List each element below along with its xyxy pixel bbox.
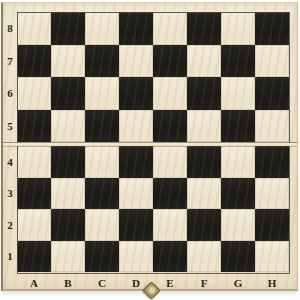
rank-label-8: 8 (3, 12, 17, 45)
square-f7[interactable] (187, 45, 221, 78)
square-e2[interactable] (153, 209, 187, 241)
square-g3[interactable] (221, 178, 255, 210)
square-b4[interactable] (51, 146, 85, 178)
top-border-wood (3, 3, 289, 12)
square-c4[interactable] (85, 146, 119, 178)
square-e3[interactable] (153, 178, 187, 210)
square-a3[interactable] (17, 178, 51, 210)
square-g7[interactable] (221, 45, 255, 78)
square-a8[interactable] (17, 12, 51, 45)
rank-label-7: 7 (3, 45, 17, 78)
board-face: 87654321ABCDEFGH (3, 3, 289, 291)
square-d3[interactable] (119, 178, 153, 210)
square-h2[interactable] (255, 209, 289, 241)
square-d6[interactable] (119, 77, 153, 110)
square-e6[interactable] (153, 77, 187, 110)
rank-label-4: 4 (3, 146, 17, 178)
rank-label-5: 5 (3, 110, 17, 143)
square-g8[interactable] (221, 12, 255, 45)
square-c6[interactable] (85, 77, 119, 110)
square-c5[interactable] (85, 110, 119, 143)
square-g5[interactable] (221, 110, 255, 143)
square-f3[interactable] (187, 178, 221, 210)
square-g4[interactable] (221, 146, 255, 178)
square-g6[interactable] (221, 77, 255, 110)
square-b8[interactable] (51, 12, 85, 45)
square-b5[interactable] (51, 110, 85, 143)
square-d8[interactable] (119, 12, 153, 45)
square-a7[interactable] (17, 45, 51, 78)
square-h6[interactable] (255, 77, 289, 110)
square-h1[interactable] (255, 241, 289, 273)
square-a2[interactable] (17, 209, 51, 241)
square-h5[interactable] (255, 110, 289, 143)
square-a5[interactable] (17, 110, 51, 143)
square-b7[interactable] (51, 45, 85, 78)
square-g2[interactable] (221, 209, 255, 241)
square-f2[interactable] (187, 209, 221, 241)
square-d1[interactable] (119, 241, 153, 273)
file-label-f: F (187, 272, 221, 291)
square-h8[interactable] (255, 12, 289, 45)
square-e5[interactable] (153, 110, 187, 143)
square-f8[interactable] (187, 12, 221, 45)
square-a1[interactable] (17, 241, 51, 273)
clasp-pin-icon (149, 288, 153, 292)
square-d4[interactable] (119, 146, 153, 178)
square-c1[interactable] (85, 241, 119, 273)
square-c7[interactable] (85, 45, 119, 78)
square-e4[interactable] (153, 146, 187, 178)
chessboard-photo: 87654321ABCDEFGH (0, 0, 300, 300)
square-b2[interactable] (51, 209, 85, 241)
square-c8[interactable] (85, 12, 119, 45)
square-d2[interactable] (119, 209, 153, 241)
rank-label-2: 2 (3, 209, 17, 241)
square-e8[interactable] (153, 12, 187, 45)
folding-chessboard: 87654321ABCDEFGH (1, 2, 298, 291)
square-h3[interactable] (255, 178, 289, 210)
square-h4[interactable] (255, 146, 289, 178)
file-label-g: G (221, 272, 255, 291)
square-e7[interactable] (153, 45, 187, 78)
square-b6[interactable] (51, 77, 85, 110)
square-h7[interactable] (255, 45, 289, 78)
file-label-a: A (17, 272, 51, 291)
rank-label-6: 6 (3, 77, 17, 110)
file-label-c: C (85, 272, 119, 291)
file-label-b: B (51, 272, 85, 291)
square-b3[interactable] (51, 178, 85, 210)
square-f5[interactable] (187, 110, 221, 143)
square-d7[interactable] (119, 45, 153, 78)
rank-label-3: 3 (3, 178, 17, 210)
square-f1[interactable] (187, 241, 221, 273)
square-a6[interactable] (17, 77, 51, 110)
square-c3[interactable] (85, 178, 119, 210)
square-d5[interactable] (119, 110, 153, 143)
bottom-border-corner (3, 272, 17, 291)
file-label-h: H (255, 272, 289, 291)
square-f4[interactable] (187, 146, 221, 178)
square-b1[interactable] (51, 241, 85, 273)
square-c2[interactable] (85, 209, 119, 241)
square-f6[interactable] (187, 77, 221, 110)
square-e1[interactable] (153, 241, 187, 273)
square-a4[interactable] (17, 146, 51, 178)
rank-label-1: 1 (3, 241, 17, 273)
square-g1[interactable] (221, 241, 255, 273)
